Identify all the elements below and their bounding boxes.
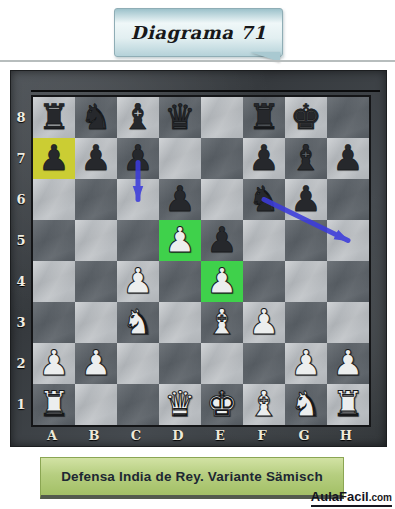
square-b8: ♞ [75, 97, 117, 138]
square-c7: ♟ [117, 138, 159, 179]
rank-label-5: 5 [11, 220, 31, 261]
board-frame: 87654321 ♜♞♝♛♜♚♟♟♟♟♝♟♟♞♟♟♟♟♟♞♝♟♟♟♟♟♜♛♚♝♞… [10, 70, 387, 447]
square-c1 [117, 384, 159, 425]
file-label-h: H [325, 428, 367, 444]
square-h1: ♜ [327, 384, 369, 425]
square-d6: ♟ [159, 179, 201, 220]
square-e4: ♟ [201, 261, 243, 302]
square-c6 [117, 179, 159, 220]
white-bishop-f1: ♝ [248, 387, 279, 422]
white-bishop-e3: ♝ [206, 305, 237, 340]
file-label-f: F [241, 428, 283, 444]
rank-labels: 87654321 [11, 97, 31, 425]
square-b1 [75, 384, 117, 425]
watermark-link[interactable]: AulaFacil.com [311, 487, 392, 507]
black-knight-b8: ♞ [80, 100, 111, 135]
square-e3: ♝ [201, 302, 243, 343]
black-rook-f8: ♜ [248, 100, 279, 135]
square-a6 [33, 179, 75, 220]
page-title: Diagrama 71 [131, 22, 266, 43]
board: ♜♞♝♛♜♚♟♟♟♟♝♟♟♞♟♟♟♟♟♞♝♟♟♟♟♟♜♛♚♝♞♜ [31, 95, 371, 427]
square-f8: ♜ [243, 97, 285, 138]
square-f1: ♝ [243, 384, 285, 425]
square-d3 [159, 302, 201, 343]
rank-label-2: 2 [11, 343, 31, 384]
black-king-g8: ♚ [290, 100, 321, 135]
square-c5 [117, 220, 159, 261]
square-h2: ♟ [327, 343, 369, 384]
rank-label-4: 4 [11, 261, 31, 302]
white-pawn-h2: ♟ [332, 346, 363, 381]
square-g6: ♟ [285, 179, 327, 220]
white-knight-g1: ♞ [290, 387, 321, 422]
white-pawn-c4: ♟ [122, 264, 153, 299]
square-g8: ♚ [285, 97, 327, 138]
square-e1: ♚ [201, 384, 243, 425]
file-label-c: C [115, 428, 157, 444]
square-b5 [75, 220, 117, 261]
white-rook-a1: ♜ [38, 387, 69, 422]
square-f7: ♟ [243, 138, 285, 179]
frame-top-line [31, 90, 380, 92]
square-d5: ♟ [159, 220, 201, 261]
square-g4 [285, 261, 327, 302]
header-tab: Diagrama 71 [114, 8, 283, 57]
black-bishop-g7: ♝ [290, 141, 321, 176]
file-label-e: E [199, 428, 241, 444]
square-f5 [243, 220, 285, 261]
square-b6 [75, 179, 117, 220]
square-a2: ♟ [33, 343, 75, 384]
black-bishop-c8: ♝ [122, 100, 153, 135]
square-g2: ♟ [285, 343, 327, 384]
square-b4 [75, 261, 117, 302]
caption-box: Defensa India de Rey. Variante Sämisch [40, 457, 344, 499]
brand-text: AulaFacil [311, 489, 369, 504]
black-pawn-b7: ♟ [80, 141, 111, 176]
white-knight-c3: ♞ [122, 305, 153, 340]
square-a3 [33, 302, 75, 343]
square-b7: ♟ [75, 138, 117, 179]
rank-label-6: 6 [11, 179, 31, 220]
square-g7: ♝ [285, 138, 327, 179]
white-pawn-e4: ♟ [206, 264, 237, 299]
square-c8: ♝ [117, 97, 159, 138]
square-a7: ♟ [33, 138, 75, 179]
square-d2 [159, 343, 201, 384]
file-label-g: G [283, 428, 325, 444]
rank-label-7: 7 [11, 138, 31, 179]
white-pawn-f3: ♟ [248, 305, 279, 340]
black-pawn-h7: ♟ [332, 141, 363, 176]
square-d1: ♛ [159, 384, 201, 425]
black-pawn-d6: ♟ [164, 182, 195, 217]
white-pawn-d5: ♟ [164, 223, 195, 258]
square-b2: ♟ [75, 343, 117, 384]
header-divider [0, 60, 395, 62]
white-pawn-g2: ♟ [290, 346, 321, 381]
square-b3 [75, 302, 117, 343]
square-d4 [159, 261, 201, 302]
black-pawn-g6: ♟ [290, 182, 321, 217]
square-d8: ♛ [159, 97, 201, 138]
square-h3 [327, 302, 369, 343]
square-g3 [285, 302, 327, 343]
black-queen-d8: ♛ [164, 100, 195, 135]
square-c3: ♞ [117, 302, 159, 343]
black-pawn-e5: ♟ [206, 223, 237, 258]
caption-text: Defensa India de Rey. Variante Sämisch [61, 469, 323, 484]
white-pawn-b2: ♟ [80, 346, 111, 381]
black-pawn-c7: ♟ [122, 141, 153, 176]
black-pawn-a7: ♟ [38, 141, 69, 176]
brand-suffix: .com [369, 492, 392, 503]
square-a8: ♜ [33, 97, 75, 138]
black-rook-a8: ♜ [38, 100, 69, 135]
square-f3: ♟ [243, 302, 285, 343]
white-queen-d1: ♛ [164, 387, 195, 422]
square-c4: ♟ [117, 261, 159, 302]
square-a1: ♜ [33, 384, 75, 425]
square-h4 [327, 261, 369, 302]
board-grid: ♜♞♝♛♜♚♟♟♟♟♝♟♟♞♟♟♟♟♟♞♝♟♟♟♟♟♜♛♚♝♞♜ [33, 97, 369, 425]
rank-label-1: 1 [11, 384, 31, 425]
white-rook-h1: ♜ [332, 387, 363, 422]
square-h6 [327, 179, 369, 220]
square-d7 [159, 138, 201, 179]
square-c2 [117, 343, 159, 384]
square-g5 [285, 220, 327, 261]
square-e6 [201, 179, 243, 220]
white-pawn-a2: ♟ [38, 346, 69, 381]
square-e8 [201, 97, 243, 138]
black-pawn-f7: ♟ [248, 141, 279, 176]
rank-label-3: 3 [11, 302, 31, 343]
square-h5 [327, 220, 369, 261]
square-h8 [327, 97, 369, 138]
square-e7 [201, 138, 243, 179]
square-f6: ♞ [243, 179, 285, 220]
black-knight-f6: ♞ [248, 182, 279, 217]
rank-label-8: 8 [11, 97, 31, 138]
square-e5: ♟ [201, 220, 243, 261]
square-a5 [33, 220, 75, 261]
file-label-b: B [73, 428, 115, 444]
square-f4 [243, 261, 285, 302]
file-label-a: A [31, 428, 73, 444]
square-a4 [33, 261, 75, 302]
file-label-d: D [157, 428, 199, 444]
white-king-e1: ♚ [206, 387, 237, 422]
square-h7: ♟ [327, 138, 369, 179]
square-g1: ♞ [285, 384, 327, 425]
square-f2 [243, 343, 285, 384]
square-e2 [201, 343, 243, 384]
file-labels: ABCDEFGH [31, 428, 371, 444]
